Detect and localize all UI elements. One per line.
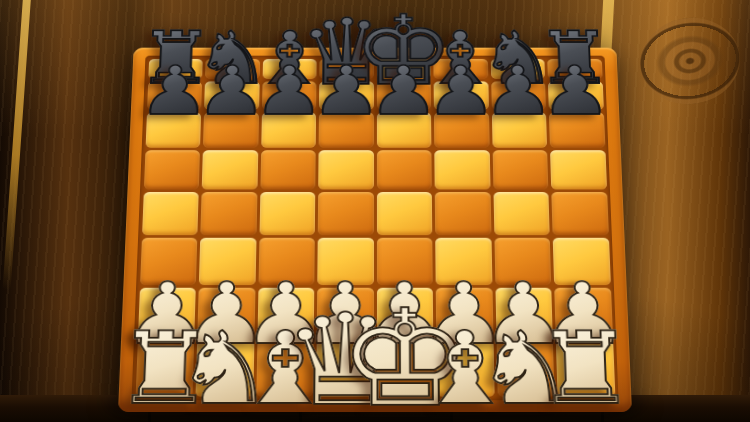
wood-highlight-streak-left — [3, 0, 32, 290]
chess-board-frame: ♜♞♝♛♚♝♞♜♟♟♟♟♟♟♟♟♟♟♟♟♟♟♟♟♜♞♝♛♚♝♞♜ — [118, 48, 632, 412]
pieces-layer: ♜♞♝♛♚♝♞♜♟♟♟♟♟♟♟♟♟♟♟♟♟♟♟♟♜♞♝♛♚♝♞♜ — [134, 57, 617, 398]
game-scene: ♜♞♝♛♚♝♞♜♟♟♟♟♟♟♟♟♟♟♟♟♟♟♟♟♜♞♝♛♚♝♞♜ — [0, 0, 750, 422]
piece-white-rook-h1[interactable]: ♜ — [534, 319, 637, 419]
piece-black-pawn-h7[interactable]: ♟ — [539, 57, 612, 124]
wood-knot — [635, 11, 746, 110]
board-surface: ♜♞♝♛♚♝♞♜♟♟♟♟♟♟♟♟♟♟♟♟♟♟♟♟♜♞♝♛♚♝♞♜ — [131, 56, 618, 401]
